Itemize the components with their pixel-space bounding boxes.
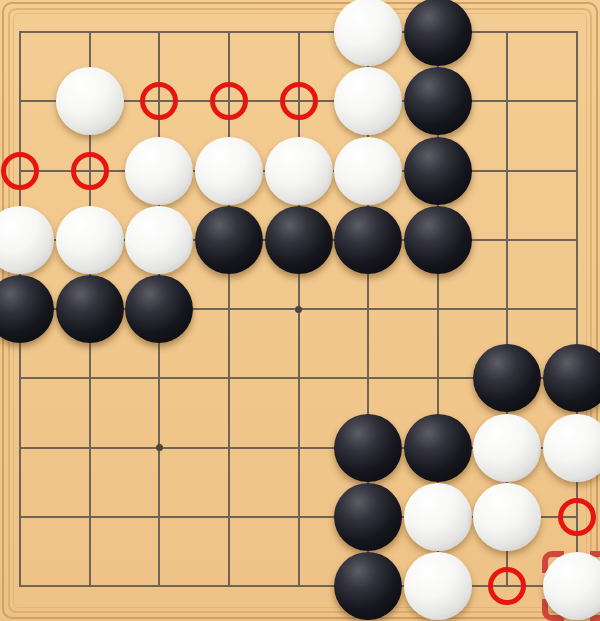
white-stone[interactable] xyxy=(473,414,541,482)
intersection-c8r8[interactable] xyxy=(473,482,543,551)
intersection-c3r4[interactable] xyxy=(124,205,194,274)
white-stone[interactable] xyxy=(125,206,193,274)
intersection-c5r3[interactable] xyxy=(264,136,334,205)
intersection-c3r1[interactable] xyxy=(124,0,194,67)
black-stone[interactable] xyxy=(265,206,333,274)
white-stone[interactable] xyxy=(125,137,193,205)
intersection-c4r2[interactable] xyxy=(194,67,264,136)
intersection-c1r6[interactable] xyxy=(0,344,55,413)
intersection-c2r7[interactable] xyxy=(55,413,125,482)
intersection-c6r4[interactable] xyxy=(333,205,403,274)
intersection-c6r5[interactable] xyxy=(333,274,403,343)
red-circle-marker xyxy=(280,82,318,120)
intersection-c2r1[interactable] xyxy=(55,0,125,67)
black-stone[interactable] xyxy=(473,344,541,412)
intersection-c5r5[interactable] xyxy=(264,274,334,343)
intersection-c4r9[interactable] xyxy=(194,551,264,620)
intersection-c4r5[interactable] xyxy=(194,274,264,343)
intersection-c8r3[interactable] xyxy=(473,136,543,205)
intersection-c1r1[interactable] xyxy=(0,0,55,67)
intersection-c6r8[interactable] xyxy=(333,482,403,551)
intersection-c6r1[interactable] xyxy=(333,0,403,67)
intersection-c1r4[interactable] xyxy=(0,205,55,274)
intersection-c1r7[interactable] xyxy=(0,413,55,482)
intersection-c5r2[interactable] xyxy=(264,67,334,136)
intersection-c2r4[interactable] xyxy=(55,205,125,274)
intersection-c2r8[interactable] xyxy=(55,482,125,551)
intersection-c7r7[interactable] xyxy=(403,413,473,482)
intersection-c5r8[interactable] xyxy=(264,482,334,551)
white-stone[interactable] xyxy=(265,137,333,205)
intersection-c2r6[interactable] xyxy=(55,344,125,413)
intersection-c5r6[interactable] xyxy=(264,344,334,413)
intersection-c1r2[interactable] xyxy=(0,67,55,136)
intersection-c9r8[interactable] xyxy=(542,482,600,551)
white-stone[interactable] xyxy=(334,67,402,135)
intersection-c9r5[interactable] xyxy=(542,274,600,343)
black-stone[interactable] xyxy=(334,206,402,274)
intersection-c9r4[interactable] xyxy=(542,205,600,274)
red-circle-marker xyxy=(1,152,39,190)
intersection-c7r3[interactable] xyxy=(403,136,473,205)
white-stone[interactable] xyxy=(195,137,263,205)
red-circle-marker xyxy=(488,567,526,605)
intersection-c6r2[interactable] xyxy=(333,67,403,136)
black-stone[interactable] xyxy=(195,206,263,274)
intersection-c9r1[interactable] xyxy=(542,0,600,67)
white-stone[interactable] xyxy=(543,414,600,482)
intersection-c7r6[interactable] xyxy=(403,344,473,413)
intersection-c4r7[interactable] xyxy=(194,413,264,482)
white-stone[interactable] xyxy=(404,483,472,551)
black-stone[interactable] xyxy=(334,483,402,551)
intersection-c4r1[interactable] xyxy=(194,0,264,67)
white-stone[interactable] xyxy=(473,483,541,551)
intersection-c9r7[interactable] xyxy=(542,413,600,482)
intersection-c9r6[interactable] xyxy=(542,344,600,413)
intersection-c4r4[interactable] xyxy=(194,205,264,274)
black-stone[interactable] xyxy=(404,67,472,135)
red-circle-marker xyxy=(71,152,109,190)
intersection-c4r3[interactable] xyxy=(194,136,264,205)
red-circle-marker xyxy=(210,82,248,120)
intersection-c5r4[interactable] xyxy=(264,205,334,274)
intersection-c4r8[interactable] xyxy=(194,482,264,551)
black-stone[interactable] xyxy=(334,552,402,620)
intersection-c7r2[interactable] xyxy=(403,67,473,136)
intersection-c3r7[interactable] xyxy=(124,413,194,482)
black-stone[interactable] xyxy=(404,0,472,66)
intersection-c6r7[interactable] xyxy=(333,413,403,482)
intersection-c2r2[interactable] xyxy=(55,67,125,136)
intersection-c2r5[interactable] xyxy=(55,274,125,343)
intersection-c5r1[interactable] xyxy=(264,0,334,67)
intersection-c3r3[interactable] xyxy=(124,136,194,205)
intersection-c7r5[interactable] xyxy=(403,274,473,343)
intersection-c3r5[interactable] xyxy=(124,274,194,343)
intersection-c8r4[interactable] xyxy=(473,205,543,274)
red-circle-marker xyxy=(558,498,596,536)
intersection-c3r8[interactable] xyxy=(124,482,194,551)
intersection-c8r6[interactable] xyxy=(473,344,543,413)
black-stone[interactable] xyxy=(0,275,54,343)
intersection-c6r9[interactable] xyxy=(333,551,403,620)
intersection-c1r3[interactable] xyxy=(0,136,55,205)
intersection-c8r7[interactable] xyxy=(473,413,543,482)
intersection-c3r2[interactable] xyxy=(124,67,194,136)
intersection-c9r3[interactable] xyxy=(542,136,600,205)
intersection-c7r8[interactable] xyxy=(403,482,473,551)
black-stone[interactable] xyxy=(404,206,472,274)
white-stone[interactable] xyxy=(334,0,402,66)
black-stone[interactable] xyxy=(404,137,472,205)
intersection-c1r5[interactable] xyxy=(0,274,55,343)
white-stone[interactable] xyxy=(56,67,124,135)
intersection-c8r2[interactable] xyxy=(473,67,543,136)
intersection-c1r8[interactable] xyxy=(0,482,55,551)
white-stone[interactable] xyxy=(0,206,54,274)
intersection-c4r6[interactable] xyxy=(194,344,264,413)
black-stone[interactable] xyxy=(125,275,193,343)
intersection-c1r9[interactable] xyxy=(0,551,55,620)
go-board[interactable] xyxy=(0,0,600,621)
intersection-c7r9[interactable] xyxy=(403,551,473,620)
intersection-c9r9[interactable] xyxy=(542,551,600,620)
white-stone[interactable] xyxy=(56,206,124,274)
intersection-c6r3[interactable] xyxy=(333,136,403,205)
red-circle-marker xyxy=(140,82,178,120)
black-stone[interactable] xyxy=(56,275,124,343)
intersection-c9r2[interactable] xyxy=(542,67,600,136)
black-stone[interactable] xyxy=(404,414,472,482)
intersection-c8r1[interactable] xyxy=(473,0,543,67)
intersection-c5r7[interactable] xyxy=(264,413,334,482)
white-stone[interactable] xyxy=(404,552,472,620)
intersection-c3r9[interactable] xyxy=(124,551,194,620)
intersection-c7r1[interactable] xyxy=(403,0,473,67)
white-stone[interactable] xyxy=(334,137,402,205)
intersection-c5r9[interactable] xyxy=(264,551,334,620)
intersection-c3r6[interactable] xyxy=(124,344,194,413)
intersection-c7r4[interactable] xyxy=(403,205,473,274)
black-stone[interactable] xyxy=(334,414,402,482)
intersection-c2r3[interactable] xyxy=(55,136,125,205)
intersection-c6r6[interactable] xyxy=(333,344,403,413)
intersection-c2r9[interactable] xyxy=(55,551,125,620)
go-board-screenshot xyxy=(0,0,600,621)
intersection-c8r5[interactable] xyxy=(473,274,543,343)
intersection-c8r9[interactable] xyxy=(473,551,543,620)
black-stone[interactable] xyxy=(543,344,600,412)
